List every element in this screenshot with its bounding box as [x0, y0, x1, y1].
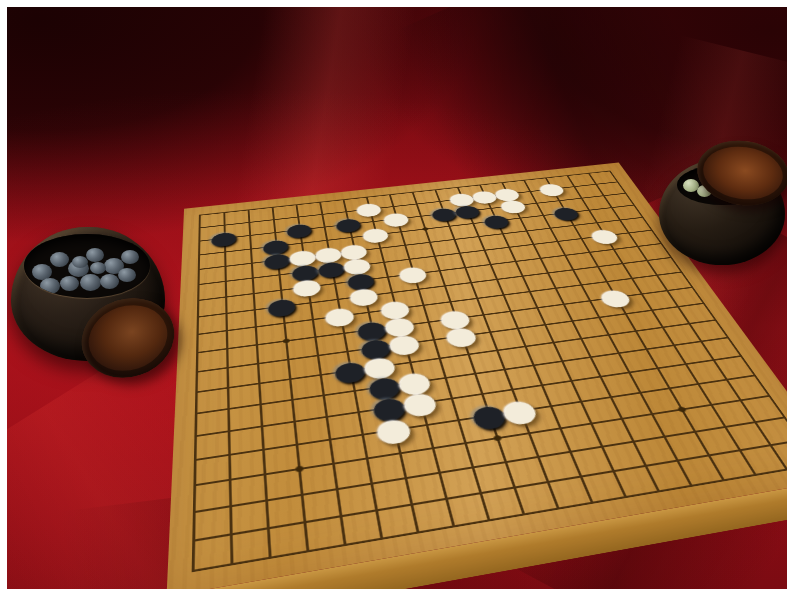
white-stone[interactable]: ● — [398, 265, 428, 283]
white-stone[interactable]: ● — [383, 315, 416, 336]
black-stone[interactable]: ● — [333, 358, 367, 382]
black-stone[interactable]: ● — [453, 203, 481, 218]
black-stone[interactable]: ● — [367, 374, 402, 399]
white-stone[interactable]: ● — [293, 277, 322, 296]
slate-stone-in-bowl — [80, 274, 101, 291]
slate-stone-in-bowl — [121, 250, 139, 264]
white-stone[interactable]: ● — [375, 416, 412, 444]
black-stone[interactable]: ● — [371, 394, 407, 420]
white-stone[interactable]: ● — [349, 286, 380, 305]
black-stone[interactable]: ● — [267, 296, 297, 316]
white-stone[interactable]: ● — [537, 182, 566, 196]
black-stone[interactable]: ● — [335, 216, 362, 232]
white-stone[interactable]: ● — [402, 390, 439, 416]
black-stone[interactable]: ● — [263, 251, 290, 268]
white-stone[interactable]: ● — [379, 298, 411, 318]
black-stone-bowl-opening — [24, 234, 150, 298]
slate-stone-in-bowl — [86, 248, 104, 262]
slate-stone-in-bowl — [60, 276, 79, 291]
slate-stone-in-bowl — [90, 262, 106, 274]
photo-frame: ●●●●●●●●●●●●●●●●●●●●●●●●●●●●●●●●●●●●●●●●… — [7, 7, 787, 589]
black-stone[interactable]: ● — [286, 222, 313, 238]
white-stone[interactable]: ● — [397, 369, 432, 394]
white-stone[interactable]: ● — [588, 227, 620, 243]
black-stone[interactable]: ● — [211, 230, 237, 246]
white-stone[interactable]: ● — [356, 201, 383, 216]
slate-stone-in-bowl — [50, 252, 69, 267]
slate-stone-in-bowl — [72, 256, 88, 268]
black-stone[interactable]: ● — [481, 213, 510, 228]
black-stone[interactable]: ● — [550, 205, 580, 220]
slate-stone-in-bowl — [100, 274, 119, 289]
slate-stone-in-bowl — [118, 268, 136, 282]
white-stone[interactable]: ● — [363, 354, 397, 378]
white-stone[interactable]: ● — [597, 287, 632, 306]
